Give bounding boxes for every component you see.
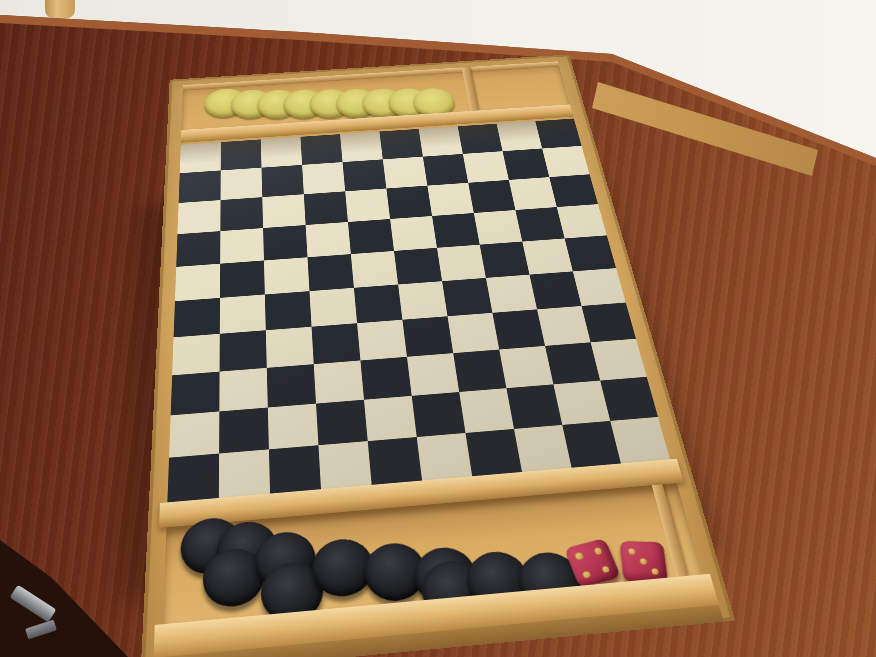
board-square <box>314 360 364 403</box>
board-square <box>307 254 353 291</box>
board-square <box>220 228 264 264</box>
board-square <box>219 449 270 498</box>
board-square <box>263 225 307 260</box>
board-square <box>175 264 220 302</box>
board-square <box>474 210 522 245</box>
board-square <box>221 168 263 200</box>
board-square <box>264 257 310 294</box>
board-square <box>398 281 447 320</box>
die-pip <box>640 558 648 565</box>
board-square <box>269 445 321 493</box>
board-square <box>407 353 459 396</box>
board-square <box>486 275 537 313</box>
board-square <box>220 260 265 297</box>
die-pip <box>582 570 591 578</box>
board-square <box>458 124 503 154</box>
board-square <box>300 134 342 165</box>
board-square <box>171 372 220 416</box>
die-pip <box>628 548 636 555</box>
board-square <box>480 242 530 278</box>
board-square <box>309 288 357 327</box>
top-tray-divider <box>461 67 478 111</box>
board-square <box>316 400 368 446</box>
board-square <box>266 327 314 368</box>
board-square <box>261 165 303 197</box>
die-pip <box>651 568 659 575</box>
board-square <box>180 142 221 173</box>
board-square <box>172 334 220 376</box>
board-square <box>386 186 432 219</box>
board-square <box>423 154 468 186</box>
board-square <box>304 191 348 225</box>
board-square <box>448 313 500 353</box>
board-square <box>383 157 428 189</box>
board-square <box>267 364 316 407</box>
board-square <box>427 183 473 216</box>
board-square <box>340 132 383 163</box>
photo-scene <box>0 0 876 657</box>
board-square <box>466 429 523 476</box>
board-square <box>503 148 550 179</box>
board-square <box>492 309 545 349</box>
board-square <box>306 222 351 257</box>
board-square <box>318 441 371 489</box>
board-square <box>348 219 394 254</box>
board-square <box>499 346 553 388</box>
board-square <box>357 320 407 361</box>
board-square <box>453 350 506 392</box>
board-square <box>219 408 269 454</box>
board-square <box>565 235 616 271</box>
board-square <box>262 194 305 228</box>
board-square <box>177 200 220 234</box>
board-square <box>573 268 626 306</box>
board-square <box>167 453 219 502</box>
board-square <box>379 129 422 159</box>
board-square <box>419 126 463 156</box>
board-square <box>268 404 319 450</box>
board-square <box>220 197 263 231</box>
die-pip <box>601 565 610 573</box>
board-square <box>459 388 514 433</box>
board-square <box>468 180 515 213</box>
furniture-leg <box>45 0 75 18</box>
board-square <box>179 170 221 203</box>
red-die-showing-3 <box>620 541 669 583</box>
board-square <box>343 159 387 191</box>
board-square <box>497 121 543 151</box>
board-square <box>417 433 472 481</box>
board-square <box>463 151 509 183</box>
board-square <box>390 216 437 251</box>
board-square <box>535 119 581 149</box>
board-square <box>302 162 345 194</box>
board-square <box>557 204 607 238</box>
board-square <box>360 357 411 400</box>
board-square <box>402 316 453 357</box>
board-square <box>220 330 267 371</box>
board-square <box>169 411 219 457</box>
board-square <box>351 251 398 288</box>
board-square <box>394 248 442 285</box>
board-square <box>219 368 267 412</box>
board-square <box>412 392 466 437</box>
die-pip <box>575 552 584 560</box>
board-square <box>364 396 417 441</box>
die-pip <box>593 547 602 555</box>
board-square <box>354 284 403 323</box>
board-square <box>442 278 492 316</box>
board-square <box>432 213 480 248</box>
board-square <box>312 323 361 364</box>
board-square <box>261 137 302 168</box>
board-square <box>221 139 262 170</box>
board-square <box>176 231 220 267</box>
board-square <box>345 188 390 222</box>
board-square <box>220 294 266 333</box>
board-square <box>174 298 220 337</box>
board-square <box>549 174 598 207</box>
board-square <box>437 245 486 282</box>
board-square <box>368 437 422 485</box>
board-square <box>265 291 312 330</box>
board-square <box>542 146 589 177</box>
